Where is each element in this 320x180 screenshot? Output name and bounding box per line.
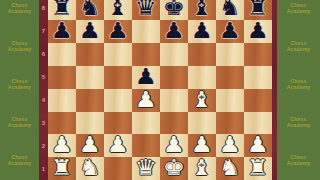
square-a6[interactable] bbox=[48, 43, 76, 66]
square-d3[interactable] bbox=[132, 112, 160, 135]
rank-label-4: 4 bbox=[39, 89, 48, 112]
square-h5[interactable] bbox=[244, 66, 272, 89]
square-c5[interactable] bbox=[104, 66, 132, 89]
square-c7[interactable]: ♟ bbox=[104, 20, 132, 43]
black-pawn[interactable]: ♟ bbox=[247, 20, 269, 43]
square-c3[interactable] bbox=[104, 112, 132, 135]
black-pawn[interactable]: ♟ bbox=[79, 20, 101, 43]
black-pawn[interactable]: ♟ bbox=[51, 20, 73, 43]
square-a5[interactable] bbox=[48, 66, 76, 89]
chess-academy-video-frame: ChessAcademyChessAcademyChessAcademyChes… bbox=[0, 0, 320, 180]
white-queen[interactable]: ♛ bbox=[135, 157, 157, 180]
square-f8[interactable]: ♝ bbox=[188, 0, 216, 20]
square-g2[interactable]: ♟ bbox=[216, 134, 244, 157]
square-h2[interactable]: ♟ bbox=[244, 134, 272, 157]
square-c6[interactable] bbox=[104, 43, 132, 66]
watermark-text: ChessAcademy bbox=[0, 79, 39, 90]
square-e4[interactable] bbox=[160, 89, 188, 112]
white-pawn[interactable]: ♟ bbox=[163, 134, 185, 157]
rank-labels-strip: 87654321 bbox=[39, 0, 48, 180]
white-rook[interactable]: ♜ bbox=[247, 157, 269, 180]
rank-label-5: 5 bbox=[39, 66, 48, 89]
square-d8[interactable]: ♛ bbox=[132, 0, 160, 20]
square-e6[interactable] bbox=[160, 43, 188, 66]
black-pawn[interactable]: ♟ bbox=[219, 20, 241, 43]
square-e5[interactable] bbox=[160, 66, 188, 89]
black-pawn[interactable]: ♟ bbox=[191, 20, 213, 43]
square-f5[interactable] bbox=[188, 66, 216, 89]
watermark-text: ChessAcademy bbox=[277, 155, 320, 166]
rank-label-8: 8 bbox=[39, 0, 48, 20]
white-knight[interactable]: ♞ bbox=[219, 157, 241, 180]
square-e2[interactable]: ♟ bbox=[160, 134, 188, 157]
square-b7[interactable]: ♟ bbox=[76, 20, 104, 43]
rank-label-6: 6 bbox=[39, 43, 48, 66]
white-pawn[interactable]: ♟ bbox=[191, 134, 213, 157]
square-b1[interactable]: ♞ bbox=[76, 157, 104, 180]
watermark-text: ChessAcademy bbox=[277, 41, 320, 52]
square-b3[interactable] bbox=[76, 112, 104, 135]
square-h8[interactable]: ♜ bbox=[244, 0, 272, 20]
square-c2[interactable]: ♟ bbox=[104, 134, 132, 157]
square-g1[interactable]: ♞ bbox=[216, 157, 244, 180]
white-king[interactable]: ♚ bbox=[163, 157, 185, 180]
square-a3[interactable] bbox=[48, 112, 76, 135]
white-pawn[interactable]: ♟ bbox=[51, 134, 73, 157]
square-g3[interactable] bbox=[216, 112, 244, 135]
watermark-text: ChessAcademy bbox=[0, 117, 39, 128]
square-e8[interactable]: ♚ bbox=[160, 0, 188, 20]
white-bishop[interactable]: ♝ bbox=[191, 89, 213, 112]
white-pawn[interactable]: ♟ bbox=[219, 134, 241, 157]
white-pawn[interactable]: ♟ bbox=[79, 134, 101, 157]
black-pawn[interactable]: ♟ bbox=[163, 20, 185, 43]
white-knight[interactable]: ♞ bbox=[79, 157, 101, 180]
square-h1[interactable]: ♜ bbox=[244, 157, 272, 180]
square-f7[interactable]: ♟ bbox=[188, 20, 216, 43]
square-e3[interactable] bbox=[160, 112, 188, 135]
square-g8[interactable]: ♞ bbox=[216, 0, 244, 20]
watermark-text: ChessAcademy bbox=[277, 117, 320, 128]
square-g5[interactable] bbox=[216, 66, 244, 89]
square-h3[interactable] bbox=[244, 112, 272, 135]
square-b6[interactable] bbox=[76, 43, 104, 66]
square-g7[interactable]: ♟ bbox=[216, 20, 244, 43]
black-king[interactable]: ♚ bbox=[163, 0, 185, 20]
square-a1[interactable]: ♜ bbox=[48, 157, 76, 180]
square-a4[interactable] bbox=[48, 89, 76, 112]
square-f4[interactable]: ♝ bbox=[188, 89, 216, 112]
right-margin-watermarks: ChessAcademyChessAcademyChessAcademyChes… bbox=[277, 0, 320, 180]
watermark-text: ChessAcademy bbox=[0, 41, 39, 52]
white-pawn[interactable]: ♟ bbox=[247, 134, 269, 157]
rank-label-3: 3 bbox=[39, 112, 48, 135]
white-pawn[interactable]: ♟ bbox=[135, 89, 157, 112]
square-a2[interactable]: ♟ bbox=[48, 134, 76, 157]
watermark-text: ChessAcademy bbox=[277, 3, 320, 14]
square-d5[interactable]: ♟ bbox=[132, 66, 160, 89]
square-h4[interactable] bbox=[244, 89, 272, 112]
black-bishop[interactable]: ♝ bbox=[191, 0, 213, 20]
rank-label-1: 1 bbox=[39, 157, 48, 180]
square-d6[interactable] bbox=[132, 43, 160, 66]
black-rook[interactable]: ♜ bbox=[51, 0, 73, 20]
black-knight[interactable]: ♞ bbox=[219, 0, 241, 20]
white-pawn[interactable]: ♟ bbox=[107, 134, 129, 157]
black-knight[interactable]: ♞ bbox=[79, 0, 101, 20]
board-right-border bbox=[272, 0, 277, 180]
square-f2[interactable]: ♟ bbox=[188, 134, 216, 157]
rank-label-2: 2 bbox=[39, 134, 48, 157]
square-b5[interactable] bbox=[76, 66, 104, 89]
square-h6[interactable] bbox=[244, 43, 272, 66]
square-a8[interactable]: ♜ bbox=[48, 0, 76, 20]
square-a7[interactable]: ♟ bbox=[48, 20, 76, 43]
square-h7[interactable]: ♟ bbox=[244, 20, 272, 43]
watermark-text: ChessAcademy bbox=[277, 79, 320, 90]
square-d1[interactable]: ♛ bbox=[132, 157, 160, 180]
white-bishop[interactable]: ♝ bbox=[191, 157, 213, 180]
square-d7[interactable] bbox=[132, 20, 160, 43]
black-pawn[interactable]: ♟ bbox=[107, 20, 129, 43]
square-b2[interactable]: ♟ bbox=[76, 134, 104, 157]
chess-board: ♜♞♝♛♚♝♞♜♟♟♟♟♟♟♟♟♟♝♟♟♟♟♟♟♟♜♞♛♚♝♞♜ bbox=[48, 0, 272, 180]
square-e7[interactable]: ♟ bbox=[160, 20, 188, 43]
square-b4[interactable] bbox=[76, 89, 104, 112]
square-c1[interactable] bbox=[104, 157, 132, 180]
black-rook[interactable]: ♜ bbox=[247, 0, 269, 20]
watermark-text: ChessAcademy bbox=[0, 155, 39, 166]
square-b8[interactable]: ♞ bbox=[76, 0, 104, 20]
black-queen[interactable]: ♛ bbox=[135, 0, 157, 20]
square-c8[interactable]: ♝ bbox=[104, 0, 132, 20]
square-d4[interactable]: ♟ bbox=[132, 89, 160, 112]
square-f3[interactable] bbox=[188, 112, 216, 135]
square-c4[interactable] bbox=[104, 89, 132, 112]
square-e1[interactable]: ♚ bbox=[160, 157, 188, 180]
rank-label-7: 7 bbox=[39, 20, 48, 43]
left-margin-watermarks: ChessAcademyChessAcademyChessAcademyChes… bbox=[0, 0, 39, 180]
black-bishop[interactable]: ♝ bbox=[107, 0, 129, 20]
black-pawn[interactable]: ♟ bbox=[135, 66, 157, 89]
square-f6[interactable] bbox=[188, 43, 216, 66]
square-d2[interactable] bbox=[132, 134, 160, 157]
white-rook[interactable]: ♜ bbox=[51, 157, 73, 180]
square-f1[interactable]: ♝ bbox=[188, 157, 216, 180]
square-g4[interactable] bbox=[216, 89, 244, 112]
square-g6[interactable] bbox=[216, 43, 244, 66]
watermark-text: ChessAcademy bbox=[0, 3, 39, 14]
